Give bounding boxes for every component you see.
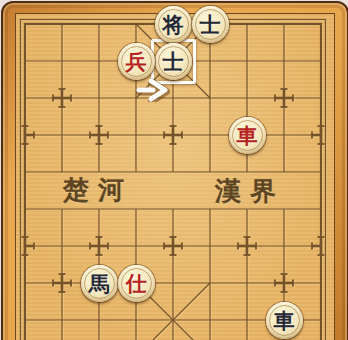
piece-black-horse[interactable]: 馬: [81, 265, 118, 302]
piece-black-general[interactable]: 将: [155, 6, 192, 43]
piece-label: 仕: [118, 265, 155, 302]
piece-label: 将: [155, 6, 192, 43]
piece-black-advisor-2[interactable]: 士: [155, 43, 192, 80]
piece-label: 車: [229, 117, 266, 154]
piece-black-chariot[interactable]: 車: [266, 302, 303, 339]
piece-red-advisor[interactable]: 仕: [118, 265, 155, 302]
pieces-layer: 将士士兵車馬仕車: [0, 0, 348, 340]
piece-label: 士: [155, 43, 192, 80]
piece-red-chariot[interactable]: 車: [229, 117, 266, 154]
piece-label: 兵: [118, 43, 155, 80]
piece-red-soldier[interactable]: 兵: [118, 43, 155, 80]
piece-black-advisor-1[interactable]: 士: [192, 6, 229, 43]
piece-label: 車: [266, 302, 303, 339]
piece-label: 馬: [81, 265, 118, 302]
xiangqi-board: 楚河 漢界 将士士兵車馬仕車: [0, 0, 348, 340]
piece-label: 士: [192, 6, 229, 43]
